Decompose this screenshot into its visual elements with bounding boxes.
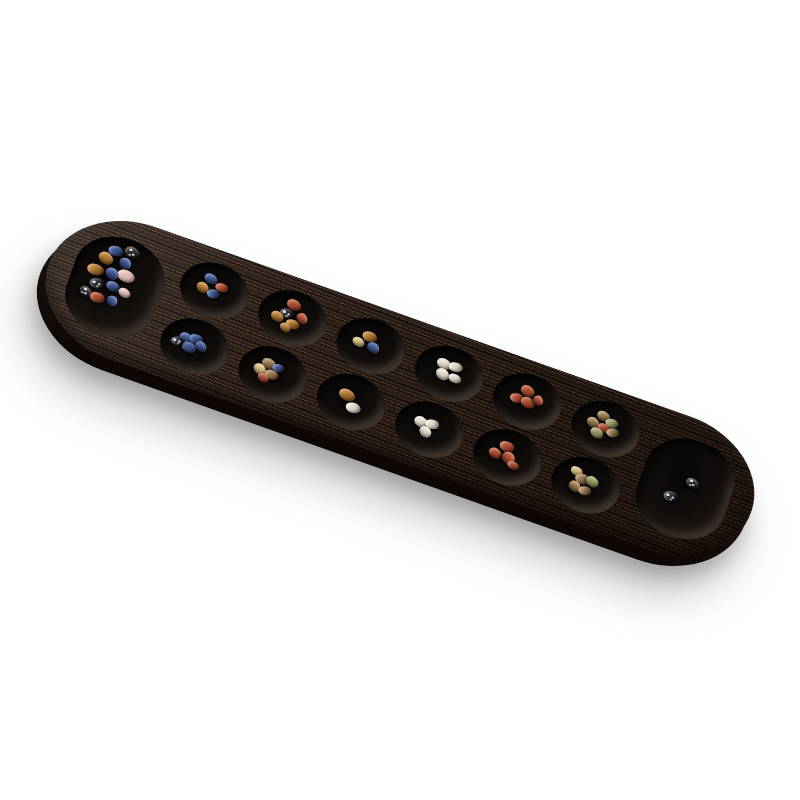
- gem-stone-sodalite: [103, 266, 121, 281]
- gem-stone-tiger-eye: [337, 387, 358, 404]
- pit-b1[interactable]: [153, 309, 237, 384]
- gem-stone-snowflake-obsidian: [88, 277, 105, 289]
- gem-stone-rose-quartz: [116, 286, 133, 300]
- pit-b2[interactable]: [231, 337, 315, 412]
- gem-stone-sodalite: [365, 341, 382, 355]
- gem-stone-snowflake-obsidian: [683, 476, 701, 491]
- gem-stone-rose-quartz: [116, 268, 137, 285]
- gem-stone-sodalite: [118, 257, 133, 269]
- gem-stone-sodalite: [106, 295, 118, 306]
- pit-t1[interactable]: [173, 254, 257, 329]
- gem-stone-snowflake-obsidian: [662, 491, 679, 502]
- pit-b3[interactable]: [309, 365, 393, 440]
- product-photo-scene: [0, 0, 800, 800]
- pit-t4[interactable]: [407, 336, 491, 411]
- gem-stone-red-jasper: [506, 460, 520, 471]
- board-top-face: [25, 197, 774, 578]
- gem-stone-white-stone: [447, 372, 462, 384]
- pit-b5[interactable]: [465, 420, 549, 495]
- pit-b4[interactable]: [387, 392, 471, 467]
- pit-grid: [146, 249, 654, 527]
- pit-t6[interactable]: [563, 392, 647, 467]
- pit-t2[interactable]: [251, 281, 335, 356]
- gem-stone-tiger-eye: [87, 263, 104, 276]
- pit-t5[interactable]: [485, 364, 569, 439]
- pit-t3[interactable]: [329, 309, 413, 384]
- gem-stone-white-stone: [448, 362, 463, 372]
- gem-stone-leopard-jasper: [605, 427, 621, 438]
- gem-stone-red-jasper: [89, 291, 105, 304]
- pit-b6[interactable]: [543, 448, 627, 523]
- mancala-board: [25, 197, 774, 578]
- gem-stone-white-stone: [346, 402, 362, 413]
